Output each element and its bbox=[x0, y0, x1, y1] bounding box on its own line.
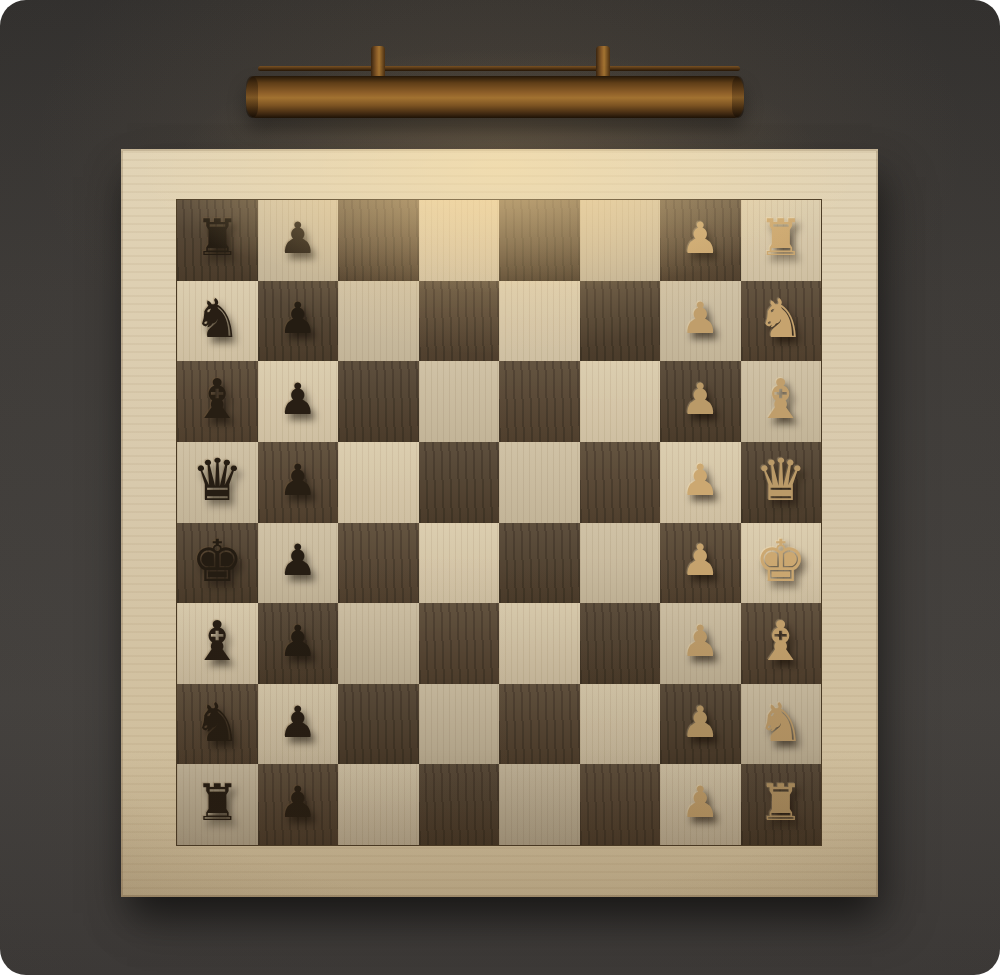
square-e8[interactable]: ♚ bbox=[177, 523, 258, 604]
piece-black-rook[interactable]: ♜ bbox=[195, 778, 240, 828]
piece-black-king[interactable]: ♚ bbox=[191, 532, 243, 590]
square-e5[interactable] bbox=[419, 523, 500, 604]
square-d5[interactable] bbox=[419, 442, 500, 523]
square-h4[interactable] bbox=[499, 764, 580, 845]
square-a2[interactable]: ♟ bbox=[660, 200, 741, 281]
square-g4[interactable] bbox=[499, 684, 580, 765]
square-a6[interactable] bbox=[338, 200, 419, 281]
square-b4[interactable] bbox=[499, 281, 580, 362]
square-d4[interactable] bbox=[499, 442, 580, 523]
square-d2[interactable]: ♟ bbox=[660, 442, 741, 523]
square-a1[interactable]: ♜ bbox=[741, 200, 822, 281]
square-f8[interactable]: ♝ bbox=[177, 603, 258, 684]
square-a3[interactable] bbox=[580, 200, 661, 281]
square-e2[interactable]: ♟ bbox=[660, 523, 741, 604]
square-f4[interactable] bbox=[499, 603, 580, 684]
piece-black-pawn[interactable]: ♟ bbox=[278, 378, 317, 421]
square-b1[interactable]: ♞ bbox=[741, 281, 822, 362]
square-f6[interactable] bbox=[338, 603, 419, 684]
chess-board: ♜♟♟♜♞♟♟♞♝♟♟♝♛♟♟♛♚♟♟♚♝♟♟♝♞♟♟♞♜♟♟♜ bbox=[176, 199, 822, 846]
square-b7[interactable]: ♟ bbox=[258, 281, 339, 362]
piece-white-pawn[interactable]: ♟ bbox=[681, 217, 720, 260]
square-h8[interactable]: ♜ bbox=[177, 764, 258, 845]
square-a4[interactable] bbox=[499, 200, 580, 281]
piece-black-queen[interactable]: ♛ bbox=[191, 451, 243, 509]
square-g5[interactable] bbox=[419, 684, 500, 765]
piece-black-bishop[interactable]: ♝ bbox=[193, 614, 242, 669]
piece-white-rook[interactable]: ♜ bbox=[758, 778, 803, 828]
piece-white-pawn[interactable]: ♟ bbox=[681, 539, 720, 582]
piece-white-pawn[interactable]: ♟ bbox=[681, 459, 720, 502]
square-h3[interactable] bbox=[580, 764, 661, 845]
piece-black-pawn[interactable]: ♟ bbox=[278, 297, 317, 340]
piece-white-knight[interactable]: ♞ bbox=[757, 292, 805, 345]
piece-black-pawn[interactable]: ♟ bbox=[278, 459, 317, 502]
square-f7[interactable]: ♟ bbox=[258, 603, 339, 684]
square-h7[interactable]: ♟ bbox=[258, 764, 339, 845]
square-f2[interactable]: ♟ bbox=[660, 603, 741, 684]
piece-black-rook[interactable]: ♜ bbox=[195, 213, 240, 263]
square-g2[interactable]: ♟ bbox=[660, 684, 741, 765]
square-f3[interactable] bbox=[580, 603, 661, 684]
square-f5[interactable] bbox=[419, 603, 500, 684]
square-c2[interactable]: ♟ bbox=[660, 361, 741, 442]
square-b5[interactable] bbox=[419, 281, 500, 362]
square-g7[interactable]: ♟ bbox=[258, 684, 339, 765]
square-g3[interactable] bbox=[580, 684, 661, 765]
piece-white-king[interactable]: ♚ bbox=[755, 532, 807, 590]
square-c1[interactable]: ♝ bbox=[741, 361, 822, 442]
square-e4[interactable] bbox=[499, 523, 580, 604]
square-e7[interactable]: ♟ bbox=[258, 523, 339, 604]
square-g1[interactable]: ♞ bbox=[741, 684, 822, 765]
piece-white-pawn[interactable]: ♟ bbox=[681, 297, 720, 340]
piece-black-pawn[interactable]: ♟ bbox=[278, 781, 317, 824]
square-e6[interactable] bbox=[338, 523, 419, 604]
board-frame: ♜♟♟♜♞♟♟♞♝♟♟♝♛♟♟♛♚♟♟♚♝♟♟♝♞♟♟♞♜♟♟♜ bbox=[121, 149, 878, 897]
square-c3[interactable] bbox=[580, 361, 661, 442]
piece-white-bishop[interactable]: ♝ bbox=[756, 614, 805, 669]
piece-black-pawn[interactable]: ♟ bbox=[278, 701, 317, 744]
piece-white-pawn[interactable]: ♟ bbox=[681, 620, 720, 663]
square-c5[interactable] bbox=[419, 361, 500, 442]
square-a5[interactable] bbox=[419, 200, 500, 281]
square-b2[interactable]: ♟ bbox=[660, 281, 741, 362]
square-g6[interactable] bbox=[338, 684, 419, 765]
piece-white-knight[interactable]: ♞ bbox=[757, 696, 805, 749]
square-d6[interactable] bbox=[338, 442, 419, 523]
photo-scene: ♜♟♟♜♞♟♟♞♝♟♟♝♛♟♟♛♚♟♟♚♝♟♟♝♞♟♟♞♜♟♟♜ bbox=[0, 0, 1000, 975]
square-b8[interactable]: ♞ bbox=[177, 281, 258, 362]
square-d3[interactable] bbox=[580, 442, 661, 523]
piece-white-pawn[interactable]: ♟ bbox=[681, 701, 720, 744]
square-d8[interactable]: ♛ bbox=[177, 442, 258, 523]
square-f1[interactable]: ♝ bbox=[741, 603, 822, 684]
piece-black-bishop[interactable]: ♝ bbox=[193, 372, 242, 427]
square-d7[interactable]: ♟ bbox=[258, 442, 339, 523]
square-h1[interactable]: ♜ bbox=[741, 764, 822, 845]
square-c6[interactable] bbox=[338, 361, 419, 442]
piece-white-bishop[interactable]: ♝ bbox=[756, 372, 805, 427]
square-b3[interactable] bbox=[580, 281, 661, 362]
piece-white-queen[interactable]: ♛ bbox=[755, 451, 807, 509]
square-d1[interactable]: ♛ bbox=[741, 442, 822, 523]
piece-black-knight[interactable]: ♞ bbox=[193, 696, 241, 749]
piece-black-pawn[interactable]: ♟ bbox=[278, 217, 317, 260]
piece-white-pawn[interactable]: ♟ bbox=[681, 378, 720, 421]
square-a7[interactable]: ♟ bbox=[258, 200, 339, 281]
square-h5[interactable] bbox=[419, 764, 500, 845]
picture-light-tube bbox=[246, 76, 744, 118]
piece-white-pawn[interactable]: ♟ bbox=[681, 781, 720, 824]
square-a8[interactable]: ♜ bbox=[177, 200, 258, 281]
square-c4[interactable] bbox=[499, 361, 580, 442]
square-e3[interactable] bbox=[580, 523, 661, 604]
square-h2[interactable]: ♟ bbox=[660, 764, 741, 845]
piece-black-knight[interactable]: ♞ bbox=[193, 292, 241, 345]
square-g8[interactable]: ♞ bbox=[177, 684, 258, 765]
square-c7[interactable]: ♟ bbox=[258, 361, 339, 442]
piece-black-pawn[interactable]: ♟ bbox=[278, 539, 317, 582]
square-c8[interactable]: ♝ bbox=[177, 361, 258, 442]
square-b6[interactable] bbox=[338, 281, 419, 362]
piece-white-rook[interactable]: ♜ bbox=[758, 213, 803, 263]
picture-light-arm bbox=[258, 66, 740, 71]
square-e1[interactable]: ♚ bbox=[741, 523, 822, 604]
piece-black-pawn[interactable]: ♟ bbox=[278, 620, 317, 663]
square-h6[interactable] bbox=[338, 764, 419, 845]
